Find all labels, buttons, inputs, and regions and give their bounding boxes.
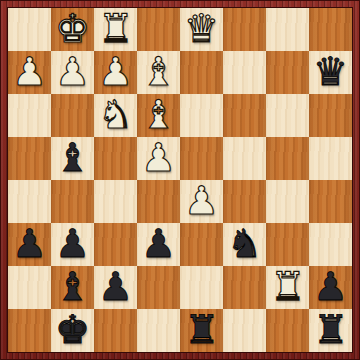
square-f5[interactable] xyxy=(94,180,137,223)
square-c2[interactable] xyxy=(223,51,266,94)
square-e6[interactable]: ♟ xyxy=(137,223,180,266)
white-rook: ♜ xyxy=(98,9,133,48)
square-c1[interactable] xyxy=(223,8,266,51)
square-a8[interactable]: ♜ xyxy=(309,309,352,352)
white-knight: ♞ xyxy=(98,95,133,134)
black-rook: ♜ xyxy=(184,310,219,349)
square-c3[interactable] xyxy=(223,94,266,137)
square-e2[interactable]: ♝ xyxy=(137,51,180,94)
square-c7[interactable] xyxy=(223,266,266,309)
black-knight: ♞ xyxy=(227,224,262,263)
square-h6[interactable]: ♟ xyxy=(8,223,51,266)
square-b1[interactable] xyxy=(266,8,309,51)
black-pawn: ♟ xyxy=(55,224,90,263)
square-h1[interactable] xyxy=(8,8,51,51)
square-b2[interactable] xyxy=(266,51,309,94)
black-pawn: ♟ xyxy=(313,267,348,306)
square-c5[interactable] xyxy=(223,180,266,223)
square-f2[interactable]: ♟ xyxy=(94,51,137,94)
white-rook: ♜ xyxy=(270,267,305,306)
square-d4[interactable] xyxy=(180,137,223,180)
square-a7[interactable]: ♟ xyxy=(309,266,352,309)
black-pawn: ♟ xyxy=(141,224,176,263)
square-g8[interactable]: ♚ xyxy=(51,309,94,352)
square-b8[interactable] xyxy=(266,309,309,352)
square-h3[interactable] xyxy=(8,94,51,137)
square-d3[interactable] xyxy=(180,94,223,137)
square-b7[interactable]: ♜ xyxy=(266,266,309,309)
square-d2[interactable] xyxy=(180,51,223,94)
white-bishop: ♝ xyxy=(141,95,176,134)
square-f8[interactable] xyxy=(94,309,137,352)
square-g7[interactable]: ♝ xyxy=(51,266,94,309)
square-d8[interactable]: ♜ xyxy=(180,309,223,352)
square-e4[interactable]: ♟ xyxy=(137,137,180,180)
black-king: ♚ xyxy=(55,310,90,349)
square-c4[interactable] xyxy=(223,137,266,180)
square-h7[interactable] xyxy=(8,266,51,309)
chess-board: ♚♜♛♟♟♟♝♛♞♝♝♟♟♟♟♟♞♝♟♜♟♚♜♜ xyxy=(8,8,352,352)
square-e7[interactable] xyxy=(137,266,180,309)
square-f7[interactable]: ♟ xyxy=(94,266,137,309)
white-pawn: ♟ xyxy=(12,52,47,91)
square-h5[interactable] xyxy=(8,180,51,223)
board-frame: ♚♜♛♟♟♟♝♛♞♝♝♟♟♟♟♟♞♝♟♜♟♚♜♜ xyxy=(0,0,360,360)
square-e3[interactable]: ♝ xyxy=(137,94,180,137)
square-g6[interactable]: ♟ xyxy=(51,223,94,266)
square-f3[interactable]: ♞ xyxy=(94,94,137,137)
square-b5[interactable] xyxy=(266,180,309,223)
black-rook: ♜ xyxy=(313,310,348,349)
square-h2[interactable]: ♟ xyxy=(8,51,51,94)
square-e1[interactable] xyxy=(137,8,180,51)
square-g5[interactable] xyxy=(51,180,94,223)
square-d5[interactable]: ♟ xyxy=(180,180,223,223)
white-king: ♚ xyxy=(55,9,90,48)
square-b3[interactable] xyxy=(266,94,309,137)
white-pawn: ♟ xyxy=(55,52,90,91)
square-e8[interactable] xyxy=(137,309,180,352)
white-pawn: ♟ xyxy=(98,52,133,91)
black-pawn: ♟ xyxy=(12,224,47,263)
square-a5[interactable] xyxy=(309,180,352,223)
white-queen: ♛ xyxy=(184,9,219,48)
square-b4[interactable] xyxy=(266,137,309,180)
square-a1[interactable] xyxy=(309,8,352,51)
black-pawn: ♟ xyxy=(98,267,133,306)
square-c8[interactable] xyxy=(223,309,266,352)
square-a4[interactable] xyxy=(309,137,352,180)
white-bishop: ♝ xyxy=(141,52,176,91)
square-f1[interactable]: ♜ xyxy=(94,8,137,51)
square-d6[interactable] xyxy=(180,223,223,266)
square-b6[interactable] xyxy=(266,223,309,266)
square-g1[interactable]: ♚ xyxy=(51,8,94,51)
white-pawn: ♟ xyxy=(184,181,219,220)
square-a3[interactable] xyxy=(309,94,352,137)
square-h4[interactable] xyxy=(8,137,51,180)
square-g4[interactable]: ♝ xyxy=(51,137,94,180)
square-d1[interactable]: ♛ xyxy=(180,8,223,51)
square-h8[interactable] xyxy=(8,309,51,352)
black-bishop: ♝ xyxy=(55,138,90,177)
black-bishop: ♝ xyxy=(55,267,90,306)
square-g3[interactable] xyxy=(51,94,94,137)
square-a2[interactable]: ♛ xyxy=(309,51,352,94)
square-c6[interactable]: ♞ xyxy=(223,223,266,266)
square-g2[interactable]: ♟ xyxy=(51,51,94,94)
square-e5[interactable] xyxy=(137,180,180,223)
square-a6[interactable] xyxy=(309,223,352,266)
white-pawn: ♟ xyxy=(141,138,176,177)
black-queen: ♛ xyxy=(313,52,348,91)
square-f6[interactable] xyxy=(94,223,137,266)
square-d7[interactable] xyxy=(180,266,223,309)
square-f4[interactable] xyxy=(94,137,137,180)
